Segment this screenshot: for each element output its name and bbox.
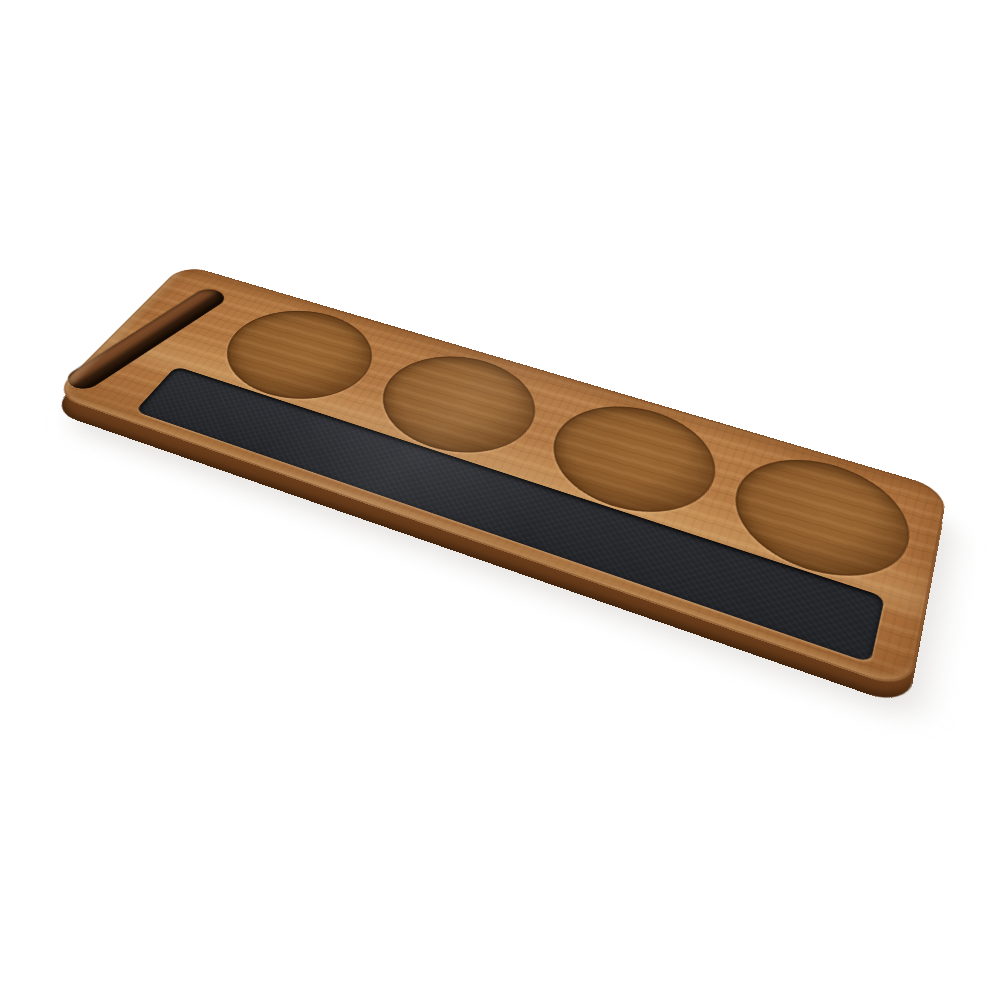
product-photo-stage (0, 0, 1000, 1000)
tray-face (52, 264, 948, 692)
